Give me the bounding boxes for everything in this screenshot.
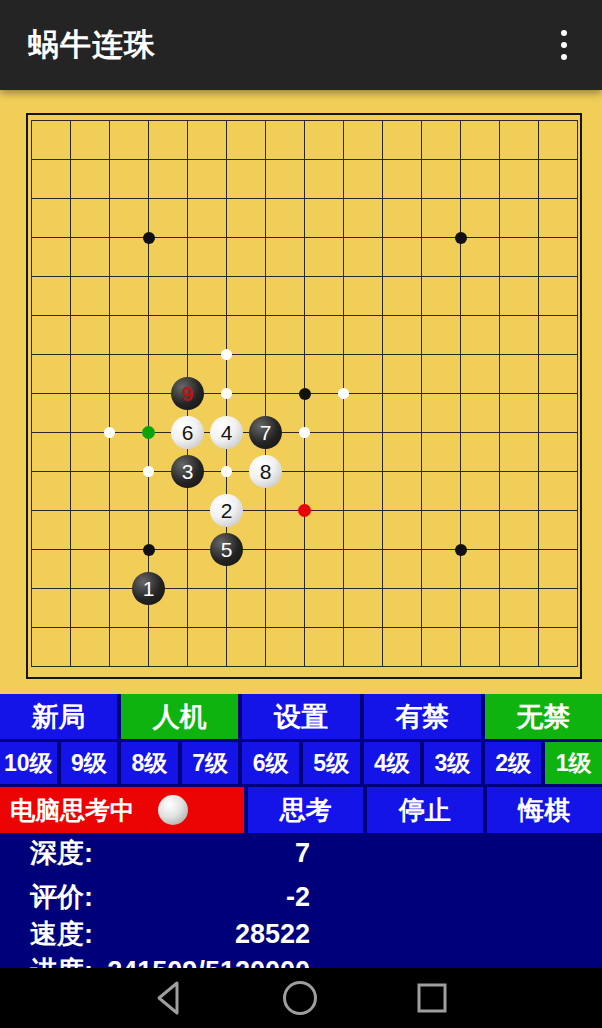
stone-black-5: 5 bbox=[210, 533, 243, 566]
stat-row-1: 深度:7 bbox=[30, 836, 310, 870]
star-point bbox=[143, 544, 155, 556]
white-marker-dot bbox=[221, 388, 232, 399]
stat-row-3: 速度:28522 bbox=[30, 917, 310, 951]
stone-white-8: 8 bbox=[249, 455, 282, 488]
btn-settings[interactable]: 设置 bbox=[242, 694, 359, 739]
stone-white-2: 2 bbox=[210, 494, 243, 527]
level-button-row: 10级9级8级7级6级5级4级3级2级1级 bbox=[0, 742, 602, 784]
white-stone-ball-icon bbox=[158, 795, 188, 825]
stat-value: -2 bbox=[286, 882, 310, 913]
btn-forbidden-off[interactable]: 无禁 bbox=[485, 694, 602, 739]
recents-button[interactable] bbox=[416, 982, 448, 1014]
stat-value: 7 bbox=[295, 838, 310, 869]
stat-value: 28522 bbox=[235, 919, 310, 950]
home-button[interactable] bbox=[282, 980, 318, 1016]
btn-level-3[interactable]: 3级 bbox=[424, 742, 481, 784]
btn-level-7[interactable]: 7级 bbox=[182, 742, 239, 784]
star-point bbox=[143, 232, 155, 244]
green-marker-dot bbox=[142, 426, 155, 439]
btn-undo[interactable]: 悔棋 bbox=[487, 787, 602, 833]
control-panel: 新局人机设置有禁无禁 10级9级8级7级6级5级4级3级2级1级 电脑思考中 思… bbox=[0, 694, 602, 968]
kebab-dot bbox=[561, 54, 567, 60]
white-marker-dot bbox=[221, 349, 232, 360]
move-number: 5 bbox=[221, 539, 233, 560]
move-number: 9 bbox=[182, 383, 194, 404]
kebab-dot bbox=[561, 30, 567, 36]
white-marker-dot bbox=[299, 427, 310, 438]
star-point bbox=[299, 388, 311, 400]
white-marker-dot bbox=[143, 466, 154, 477]
btn-level-6[interactable]: 6级 bbox=[242, 742, 299, 784]
stone-black-9: 9 bbox=[171, 377, 204, 410]
stone-black-1: 1 bbox=[132, 572, 165, 605]
stone-black-3: 3 bbox=[171, 455, 204, 488]
status-text: 电脑思考中 bbox=[10, 794, 135, 827]
kebab-dot bbox=[561, 42, 567, 48]
stat-label: 评价: bbox=[30, 879, 93, 915]
stone-white-6: 6 bbox=[171, 416, 204, 449]
move-number: 6 bbox=[182, 422, 194, 443]
board-section: 123456789 bbox=[0, 90, 602, 694]
android-nav-bar bbox=[0, 968, 602, 1028]
move-number: 7 bbox=[260, 422, 272, 443]
app-title: 蜗牛连珠 bbox=[28, 0, 156, 90]
white-marker-dot bbox=[221, 466, 232, 477]
btn-level-5[interactable]: 5级 bbox=[303, 742, 360, 784]
white-marker-dot bbox=[104, 427, 115, 438]
btn-level-10[interactable]: 10级 bbox=[0, 742, 57, 784]
move-number: 4 bbox=[221, 422, 233, 443]
title-bar: 蜗牛连珠 bbox=[0, 0, 602, 90]
btn-think[interactable]: 思考 bbox=[248, 787, 363, 833]
back-button[interactable] bbox=[154, 980, 184, 1016]
stone-white-4: 4 bbox=[210, 416, 243, 449]
stat-label: 深度: bbox=[30, 835, 93, 871]
app-screen: 蜗牛连珠 123456789 新局人机设置有禁无禁 10级9级8级7级6级5级4… bbox=[0, 0, 602, 1028]
gomoku-board[interactable]: 123456789 bbox=[31, 120, 578, 667]
stone-black-7: 7 bbox=[249, 416, 282, 449]
btn-stop[interactable]: 停止 bbox=[367, 787, 482, 833]
stat-label: 速度: bbox=[30, 916, 93, 952]
red-marker-dot bbox=[298, 504, 311, 517]
btn-new-game[interactable]: 新局 bbox=[0, 694, 117, 739]
stat-row-2: 评价:-2 bbox=[30, 880, 310, 914]
move-number: 1 bbox=[143, 578, 155, 599]
move-number: 2 bbox=[221, 500, 233, 521]
move-number: 3 bbox=[182, 461, 194, 482]
btn-human-vs-ai[interactable]: 人机 bbox=[121, 694, 238, 739]
btn-forbidden-on[interactable]: 有禁 bbox=[364, 694, 481, 739]
btn-level-8[interactable]: 8级 bbox=[121, 742, 178, 784]
action-button-row: 电脑思考中 思考停止悔棋 bbox=[0, 787, 602, 833]
overflow-menu-icon[interactable] bbox=[557, 30, 571, 60]
mode-button-row: 新局人机设置有禁无禁 bbox=[0, 694, 602, 739]
star-point bbox=[455, 232, 467, 244]
btn-level-1[interactable]: 1级 bbox=[545, 742, 602, 784]
btn-level-4[interactable]: 4级 bbox=[364, 742, 421, 784]
star-point bbox=[455, 544, 467, 556]
white-marker-dot bbox=[338, 388, 349, 399]
btn-level-9[interactable]: 9级 bbox=[61, 742, 118, 784]
board-frame: 123456789 bbox=[26, 113, 582, 679]
btn-level-2[interactable]: 2级 bbox=[485, 742, 542, 784]
move-number: 8 bbox=[260, 461, 272, 482]
status-indicator: 电脑思考中 bbox=[0, 787, 244, 833]
